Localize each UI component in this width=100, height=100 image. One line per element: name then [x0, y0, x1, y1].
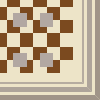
board-square[interactable]: [0, 60, 7, 73]
board-square[interactable]: [0, 47, 7, 60]
board-square[interactable]: [60, 47, 73, 60]
board-square[interactable]: [7, 33, 20, 46]
board-square[interactable]: [7, 0, 20, 7]
board-square[interactable]: [60, 7, 73, 20]
gray-accent-square: [40, 53, 53, 66]
gray-accent-square: [13, 13, 26, 26]
board-square[interactable]: [60, 20, 73, 33]
board-square[interactable]: [33, 0, 46, 7]
board-square[interactable]: [60, 60, 73, 73]
frame-band-outer-taupe-band: [0, 95, 100, 100]
board-square[interactable]: [60, 33, 73, 46]
frame-band-outer-taupe-band: [95, 0, 100, 100]
board-square[interactable]: [0, 20, 7, 33]
board-screenshot: [0, 0, 100, 100]
gray-accent-square: [40, 13, 53, 26]
board-square[interactable]: [47, 0, 60, 7]
gray-accent-square: [13, 53, 26, 66]
board-square[interactable]: [60, 0, 73, 7]
board-square[interactable]: [0, 33, 7, 46]
board-square[interactable]: [20, 33, 33, 46]
board-square[interactable]: [47, 33, 60, 46]
board-square[interactable]: [33, 33, 46, 46]
board-square[interactable]: [20, 0, 33, 7]
board-square[interactable]: [0, 7, 7, 20]
board-square[interactable]: [0, 0, 7, 7]
